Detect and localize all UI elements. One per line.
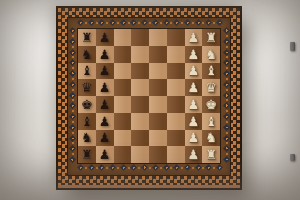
square[interactable]	[149, 113, 167, 130]
piece-white-knight[interactable]: ♞	[205, 131, 217, 144]
diamond-inlay-icon	[184, 19, 191, 26]
square[interactable]	[114, 29, 132, 46]
piece-black-pawn[interactable]: ♟	[99, 98, 111, 111]
square[interactable]	[167, 130, 185, 147]
diamond-inlay-icon	[205, 164, 212, 171]
square[interactable]	[167, 96, 185, 113]
square[interactable]: ♟	[96, 96, 114, 113]
diamond-inlay-icon	[69, 70, 76, 77]
diamond-inlay-icon	[69, 81, 76, 88]
square[interactable]: ♟	[185, 63, 203, 80]
square[interactable]: ♟	[96, 79, 114, 96]
dot-inlay-icon	[149, 22, 151, 24]
photo-background: ♜♟♟♜♞♟♟♞♝♟♟♝♛♟♟♛♚♟♟♚♝♟♟♝♞♟♟♞♜♟♟♜	[0, 0, 300, 200]
diamond-inlay-icon	[88, 164, 95, 171]
square[interactable]	[167, 113, 185, 130]
square[interactable]	[131, 63, 149, 80]
diamond-inlay-icon	[223, 38, 230, 45]
diamond-inlay-icon	[223, 102, 230, 109]
square[interactable]	[131, 96, 149, 113]
square[interactable]: ♟	[96, 146, 114, 163]
square[interactable]	[114, 46, 132, 63]
square[interactable]: ♜	[78, 29, 96, 46]
square[interactable]: ♞	[202, 130, 220, 147]
square[interactable]	[131, 29, 149, 46]
diamond-inlay-icon	[152, 19, 159, 26]
diamond-inlay-icon	[223, 156, 230, 163]
square[interactable]: ♞	[78, 46, 96, 63]
dot-inlay-icon	[226, 35, 228, 37]
diamond-inlay-icon	[77, 164, 84, 171]
dot-inlay-icon	[192, 167, 194, 169]
diamond-inlay-icon	[223, 70, 230, 77]
piece-black-bishop[interactable]: ♝	[81, 64, 93, 77]
diamond-inlay-icon	[88, 19, 95, 26]
dot-inlay-icon	[72, 78, 74, 80]
square[interactable]: ♚	[202, 96, 220, 113]
square[interactable]	[167, 79, 185, 96]
diamond-inlay-icon	[223, 27, 230, 34]
piece-black-pawn[interactable]: ♟	[99, 81, 111, 94]
square[interactable]	[149, 29, 167, 46]
square[interactable]: ♟	[96, 63, 114, 80]
dot-inlay-icon	[117, 22, 119, 24]
clasp-icon	[290, 42, 295, 51]
dot-inlay-icon	[72, 35, 74, 37]
square[interactable]	[167, 29, 185, 46]
square[interactable]: ♜	[202, 146, 220, 163]
square[interactable]: ♝	[202, 113, 220, 130]
diamond-inlay-icon	[195, 164, 202, 171]
piece-white-pawn[interactable]: ♟	[188, 98, 200, 111]
dot-inlay-icon	[72, 89, 74, 91]
diamond-inlay-icon	[109, 164, 116, 171]
piece-white-knight[interactable]: ♞	[205, 48, 217, 61]
dot-inlay-icon	[72, 132, 74, 134]
square[interactable]	[131, 146, 149, 163]
piece-white-king[interactable]: ♚	[205, 98, 217, 111]
piece-white-pawn[interactable]: ♟	[188, 31, 200, 44]
diamond-inlay-icon	[69, 91, 76, 98]
piece-white-rook[interactable]: ♜	[205, 148, 217, 161]
diamond-inlay-icon	[205, 19, 212, 26]
piece-black-pawn[interactable]: ♟	[99, 48, 111, 61]
dot-inlay-icon	[72, 121, 74, 123]
diamond-inlay-border-bottom	[78, 163, 222, 172]
piece-white-queen[interactable]: ♛	[205, 81, 217, 94]
square[interactable]: ♟	[96, 29, 114, 46]
square[interactable]: ♝	[78, 63, 96, 80]
square[interactable]	[149, 146, 167, 163]
diamond-inlay-icon	[184, 164, 191, 171]
square[interactable]	[149, 96, 167, 113]
diamond-inlay-border-top	[78, 18, 222, 27]
square[interactable]: ♟	[96, 46, 114, 63]
diamond-inlay-icon	[69, 156, 76, 163]
piece-black-pawn[interactable]: ♟	[99, 64, 111, 77]
diamond-inlay-icon	[223, 113, 230, 120]
piece-white-pawn[interactable]: ♟	[188, 148, 200, 161]
square[interactable]: ♜	[78, 146, 96, 163]
square[interactable]	[114, 146, 132, 163]
square[interactable]: ♟	[185, 79, 203, 96]
square[interactable]	[114, 130, 132, 147]
piece-black-pawn[interactable]: ♟	[99, 31, 111, 44]
diamond-inlay-icon	[141, 164, 148, 171]
diamond-inlay-icon	[69, 134, 76, 141]
piece-white-pawn[interactable]: ♟	[188, 64, 200, 77]
square[interactable]	[167, 63, 185, 80]
square[interactable]: ♟	[96, 113, 114, 130]
square[interactable]	[149, 79, 167, 96]
clasp-icon	[290, 154, 295, 161]
diamond-inlay-icon	[162, 19, 169, 26]
diamond-inlay-icon	[223, 91, 230, 98]
piece-black-rook[interactable]: ♜	[81, 148, 93, 161]
diamond-inlay-icon	[130, 164, 137, 171]
square[interactable]: ♟	[185, 46, 203, 63]
square[interactable]: ♟	[185, 113, 203, 130]
diamond-inlay-icon	[77, 19, 84, 26]
piece-white-pawn[interactable]: ♟	[188, 48, 200, 61]
piece-black-pawn[interactable]: ♟	[99, 148, 111, 161]
diamond-inlay-icon	[223, 145, 230, 152]
diamond-inlay-icon	[223, 59, 230, 66]
piece-black-king[interactable]: ♚	[81, 98, 93, 111]
square[interactable]	[131, 113, 149, 130]
diamond-inlay-icon	[69, 38, 76, 45]
piece-black-knight[interactable]: ♞	[81, 131, 93, 144]
square[interactable]: ♛	[78, 79, 96, 96]
square[interactable]: ♟	[96, 130, 114, 147]
diamond-inlay-icon	[69, 113, 76, 120]
diamond-inlay-icon	[69, 59, 76, 66]
chess-board: ♜♟♟♜♞♟♟♞♝♟♟♝♛♟♟♛♚♟♟♚♝♟♟♝♞♟♟♞♜♟♟♜	[58, 8, 240, 188]
diamond-inlay-icon	[69, 48, 76, 55]
playfield: ♜♟♟♜♞♟♟♞♝♟♟♝♛♟♟♛♚♟♟♚♝♟♟♝♞♟♟♞♜♟♟♜	[77, 28, 221, 164]
square[interactable]	[114, 79, 132, 96]
diamond-inlay-icon	[98, 164, 105, 171]
dot-inlay-icon	[149, 167, 151, 169]
diamond-inlay-icon	[223, 48, 230, 55]
dot-inlay-icon	[226, 78, 228, 80]
square[interactable]: ♞	[78, 130, 96, 147]
piece-black-pawn[interactable]: ♟	[99, 131, 111, 144]
piece-white-pawn[interactable]: ♟	[188, 115, 200, 128]
diamond-inlay-icon	[120, 164, 127, 171]
dot-inlay-icon	[226, 121, 228, 123]
diamond-inlay-icon	[130, 19, 137, 26]
square[interactable]: ♝	[78, 113, 96, 130]
diamond-inlay-icon	[216, 19, 223, 26]
dot-inlay-icon	[85, 167, 87, 169]
square[interactable]	[131, 46, 149, 63]
square[interactable]	[114, 96, 132, 113]
diamond-inlay-icon	[69, 102, 76, 109]
diamond-inlay-icon	[216, 164, 223, 171]
piece-black-knight[interactable]: ♞	[81, 48, 93, 61]
square[interactable]	[114, 113, 132, 130]
square[interactable]: ♚	[78, 96, 96, 113]
square[interactable]: ♛	[202, 79, 220, 96]
square[interactable]	[131, 79, 149, 96]
square[interactable]	[149, 130, 167, 147]
diamond-inlay-icon	[223, 134, 230, 141]
dot-inlay-icon	[160, 22, 162, 24]
square[interactable]	[167, 46, 185, 63]
diamond-inlay-icon	[120, 19, 127, 26]
diamond-inlay-icon	[223, 124, 230, 131]
diamond-inlay-icon	[152, 164, 159, 171]
piece-white-pawn[interactable]: ♟	[188, 81, 200, 94]
dot-inlay-icon	[72, 46, 74, 48]
square[interactable]: ♜	[202, 29, 220, 46]
diamond-inlay-icon	[69, 145, 76, 152]
square[interactable]	[149, 63, 167, 80]
diamond-inlay-icon	[98, 19, 105, 26]
piece-white-rook[interactable]: ♜	[205, 31, 217, 44]
dot-inlay-icon	[192, 22, 194, 24]
square[interactable]	[149, 46, 167, 63]
piece-black-rook[interactable]: ♜	[81, 31, 93, 44]
piece-white-pawn[interactable]: ♟	[188, 131, 200, 144]
square[interactable]	[131, 130, 149, 147]
piece-black-queen[interactable]: ♛	[81, 81, 93, 94]
diamond-inlay-icon	[173, 19, 180, 26]
diamond-inlay-icon	[109, 19, 116, 26]
square[interactable]	[167, 146, 185, 163]
diamond-inlay-icon	[195, 19, 202, 26]
square[interactable]: ♟	[185, 130, 203, 147]
diamond-inlay-border-left	[68, 28, 77, 162]
piece-black-pawn[interactable]: ♟	[99, 115, 111, 128]
diamond-inlay-icon	[223, 81, 230, 88]
dot-inlay-icon	[226, 46, 228, 48]
square[interactable]: ♞	[202, 46, 220, 63]
diamond-inlay-icon	[173, 164, 180, 171]
piece-white-bishop[interactable]: ♝	[205, 115, 217, 128]
piece-black-bishop[interactable]: ♝	[81, 115, 93, 128]
dot-inlay-icon	[85, 22, 87, 24]
dot-inlay-icon	[226, 132, 228, 134]
square[interactable]: ♟	[185, 29, 203, 46]
dot-inlay-icon	[226, 89, 228, 91]
square[interactable]: ♝	[202, 63, 220, 80]
diamond-inlay-border-right	[222, 28, 231, 162]
piece-white-bishop[interactable]: ♝	[205, 64, 217, 77]
square[interactable]: ♟	[185, 96, 203, 113]
diamond-inlay-icon	[141, 19, 148, 26]
diamond-inlay-icon	[162, 164, 169, 171]
dot-inlay-icon	[117, 167, 119, 169]
diamond-inlay-icon	[69, 27, 76, 34]
dot-inlay-icon	[160, 167, 162, 169]
diamond-inlay-icon	[69, 124, 76, 131]
square[interactable]	[114, 63, 132, 80]
square[interactable]: ♟	[185, 146, 203, 163]
